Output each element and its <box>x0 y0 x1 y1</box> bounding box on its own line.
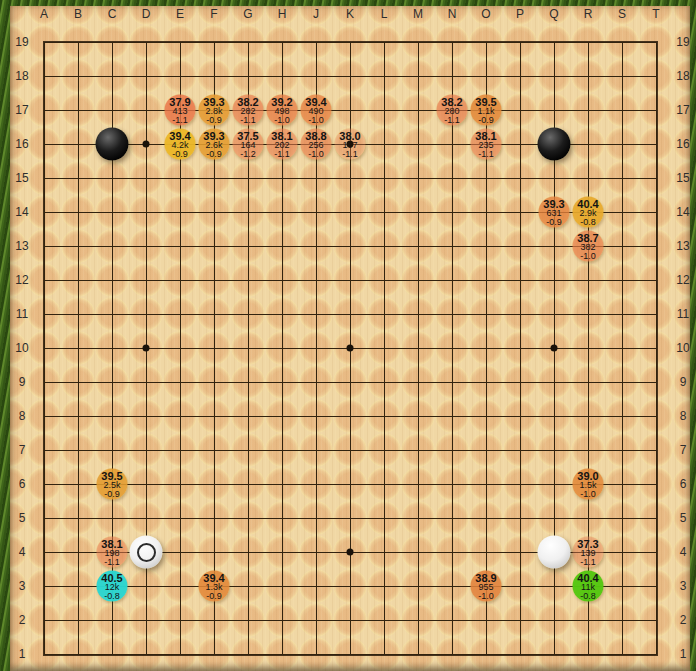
score-value: -1.0 <box>577 251 598 260</box>
candidate-stats-J16: 38.8256-1.0 <box>305 130 326 158</box>
column-label-C: C <box>108 8 117 20</box>
candidate-move-R6[interactable]: 39.01.5k-1.0 <box>573 469 604 500</box>
column-label-L: L <box>381 8 388 20</box>
score-value: -0.8 <box>101 591 122 600</box>
score-value: -0.9 <box>475 115 496 124</box>
row-label-left-19: 19 <box>15 36 28 48</box>
row-label-right-19: 19 <box>676 36 689 48</box>
column-label-E: E <box>176 8 184 20</box>
column-label-K: K <box>346 8 354 20</box>
column-label-N: N <box>448 8 457 20</box>
candidate-stats-C4: 38.1198-1.1 <box>101 538 122 566</box>
hoshi-K16 <box>347 141 354 148</box>
row-label-right-4: 4 <box>680 546 687 558</box>
candidate-stats-R3: 40.411k-0.8 <box>577 572 598 600</box>
candidate-stats-H17: 39.2498-1.0 <box>271 96 292 124</box>
column-label-F: F <box>210 8 217 20</box>
row-label-right-12: 12 <box>676 274 689 286</box>
row-label-right-11: 11 <box>677 308 689 320</box>
column-label-B: B <box>74 8 82 20</box>
score-value: -0.9 <box>101 489 122 498</box>
candidate-move-E16[interactable]: 39.44.2k-0.9 <box>165 129 196 160</box>
candidate-move-J17[interactable]: 39.4490-1.0 <box>301 95 332 126</box>
candidate-move-H17[interactable]: 39.2498-1.0 <box>267 95 298 126</box>
row-label-right-1: 1 <box>680 648 687 660</box>
row-label-right-10: 10 <box>676 342 689 354</box>
candidate-move-O17[interactable]: 39.51.1k-0.9 <box>471 95 502 126</box>
candidate-move-J16[interactable]: 38.8256-1.0 <box>301 129 332 160</box>
candidate-move-C6[interactable]: 39.52.5k-0.9 <box>97 469 128 500</box>
hoshi-K4 <box>347 549 354 556</box>
score-value: -0.9 <box>543 217 564 226</box>
hoshi-Q10 <box>551 345 558 352</box>
candidate-move-G16[interactable]: 37.5164-1.2 <box>233 129 264 160</box>
score-value: -1.1 <box>441 115 462 124</box>
candidate-stats-R6: 39.01.5k-1.0 <box>577 470 598 498</box>
candidate-move-O16[interactable]: 38.1235-1.1 <box>471 129 502 160</box>
row-label-right-2: 2 <box>680 614 687 626</box>
row-label-right-14: 14 <box>676 206 689 218</box>
row-label-right-5: 5 <box>680 512 687 524</box>
go-analysis-board: ABCDEFGHJKLMNOPQRST191918181717161615151… <box>0 0 696 671</box>
score-value: -0.9 <box>169 149 190 158</box>
row-label-left-3: 3 <box>19 580 26 592</box>
row-label-left-12: 12 <box>15 274 28 286</box>
column-label-J: J <box>313 8 319 20</box>
candidate-stats-G16: 37.5164-1.2 <box>237 130 258 158</box>
candidate-stats-F16: 39.32.6k-0.9 <box>203 130 224 158</box>
row-label-left-18: 18 <box>15 70 28 82</box>
row-label-right-13: 13 <box>676 240 689 252</box>
column-label-G: G <box>243 8 252 20</box>
hoshi-K10 <box>347 345 354 352</box>
candidate-stats-R14: 40.42.9k-0.8 <box>577 198 598 226</box>
score-value: -1.1 <box>169 115 190 124</box>
row-label-left-10: 10 <box>15 342 28 354</box>
score-value: -1.1 <box>339 149 360 158</box>
column-label-H: H <box>278 8 287 20</box>
hoshi-D16 <box>143 141 150 148</box>
column-label-O: O <box>481 8 490 20</box>
candidate-stats-R13: 38.7382-1.0 <box>577 232 598 260</box>
hoshi-D10 <box>143 345 150 352</box>
row-label-right-6: 6 <box>680 478 687 490</box>
score-value: -0.8 <box>577 591 598 600</box>
candidate-move-F17[interactable]: 39.32.8k-0.9 <box>199 95 230 126</box>
candidate-move-R3[interactable]: 40.411k-0.8 <box>573 571 604 602</box>
candidate-stats-J17: 39.4490-1.0 <box>305 96 326 124</box>
black-stone-C16 <box>96 128 129 161</box>
candidate-stats-N17: 38.2280-1.1 <box>441 96 462 124</box>
row-label-left-13: 13 <box>15 240 28 252</box>
column-label-R: R <box>584 8 593 20</box>
column-label-T: T <box>652 8 659 20</box>
column-label-D: D <box>142 8 151 20</box>
candidate-stats-H16: 38.1202-1.1 <box>271 130 292 158</box>
row-label-left-9: 9 <box>19 376 26 388</box>
black-stone-Q16 <box>538 128 571 161</box>
row-label-left-17: 17 <box>15 104 28 116</box>
score-value: -1.1 <box>237 115 258 124</box>
candidate-stats-F17: 39.32.8k-0.9 <box>203 96 224 124</box>
candidate-move-R14[interactable]: 40.42.9k-0.8 <box>573 197 604 228</box>
row-label-right-18: 18 <box>676 70 689 82</box>
score-value: -1.0 <box>305 149 326 158</box>
score-value: -0.9 <box>203 149 224 158</box>
candidate-move-E17[interactable]: 37.9413-1.1 <box>165 95 196 126</box>
white-stone-D4 <box>130 536 163 569</box>
candidate-stats-C6: 39.52.5k-0.9 <box>101 470 122 498</box>
candidate-move-R4[interactable]: 37.3139-1.1 <box>573 537 604 568</box>
row-label-right-15: 15 <box>676 172 689 184</box>
candidate-stats-E17: 37.9413-1.1 <box>169 96 190 124</box>
row-label-left-15: 15 <box>15 172 28 184</box>
candidate-move-R13[interactable]: 38.7382-1.0 <box>573 231 604 262</box>
candidate-move-G17[interactable]: 38.2282-1.1 <box>233 95 264 126</box>
candidate-stats-O17: 39.51.1k-0.9 <box>475 96 496 124</box>
column-label-S: S <box>618 8 626 20</box>
score-value: -1.1 <box>101 557 122 566</box>
candidate-stats-C3: 40.512k-0.8 <box>101 572 122 600</box>
row-label-left-6: 6 <box>19 478 26 490</box>
row-label-left-2: 2 <box>19 614 26 626</box>
row-label-right-7: 7 <box>680 444 687 456</box>
score-value: -1.0 <box>271 115 292 124</box>
last-move-marker <box>137 543 156 562</box>
row-label-right-8: 8 <box>680 410 687 422</box>
score-value: -1.0 <box>305 115 326 124</box>
row-label-left-7: 7 <box>19 444 26 456</box>
score-value: -1.0 <box>577 489 598 498</box>
candidate-stats-R4: 37.3139-1.1 <box>577 538 598 566</box>
candidate-move-C3[interactable]: 40.512k-0.8 <box>97 571 128 602</box>
row-label-right-9: 9 <box>680 376 687 388</box>
score-value: -0.9 <box>203 115 224 124</box>
candidate-move-O3[interactable]: 38.9955-1.0 <box>471 571 502 602</box>
candidate-stats-O16: 38.1235-1.1 <box>475 130 496 158</box>
row-label-left-5: 5 <box>19 512 26 524</box>
candidate-stats-O3: 38.9955-1.0 <box>475 572 496 600</box>
candidate-move-F3[interactable]: 39.41.3k-0.9 <box>199 571 230 602</box>
row-label-right-17: 17 <box>676 104 689 116</box>
row-label-right-3: 3 <box>680 580 687 592</box>
row-label-left-16: 16 <box>15 138 28 150</box>
candidate-move-Q14[interactable]: 39.3631-0.9 <box>539 197 570 228</box>
score-value: -1.0 <box>475 591 496 600</box>
row-label-left-1: 1 <box>19 648 26 660</box>
score-value: -0.8 <box>577 217 598 226</box>
row-label-left-14: 14 <box>15 206 28 218</box>
candidate-move-H16[interactable]: 38.1202-1.1 <box>267 129 298 160</box>
candidate-stats-E16: 39.44.2k-0.9 <box>169 130 190 158</box>
row-label-left-8: 8 <box>19 410 26 422</box>
white-stone-Q4 <box>538 536 571 569</box>
score-value: -1.1 <box>577 557 598 566</box>
column-label-M: M <box>413 8 423 20</box>
score-value: -1.1 <box>271 149 292 158</box>
candidate-stats-G17: 38.2282-1.1 <box>237 96 258 124</box>
candidate-move-N17[interactable]: 38.2280-1.1 <box>437 95 468 126</box>
candidate-stats-F3: 39.41.3k-0.9 <box>203 572 224 600</box>
column-label-P: P <box>516 8 524 20</box>
row-label-right-16: 16 <box>676 138 689 150</box>
row-label-left-4: 4 <box>19 546 26 558</box>
column-label-A: A <box>40 8 48 20</box>
score-value: -0.9 <box>203 591 224 600</box>
row-label-left-11: 11 <box>16 308 28 320</box>
candidate-move-F16[interactable]: 39.32.6k-0.9 <box>199 129 230 160</box>
candidate-move-C4[interactable]: 38.1198-1.1 <box>97 537 128 568</box>
score-value: -1.1 <box>475 149 496 158</box>
candidate-stats-Q14: 39.3631-0.9 <box>543 198 564 226</box>
column-label-Q: Q <box>549 8 558 20</box>
score-value: -1.2 <box>237 149 258 158</box>
